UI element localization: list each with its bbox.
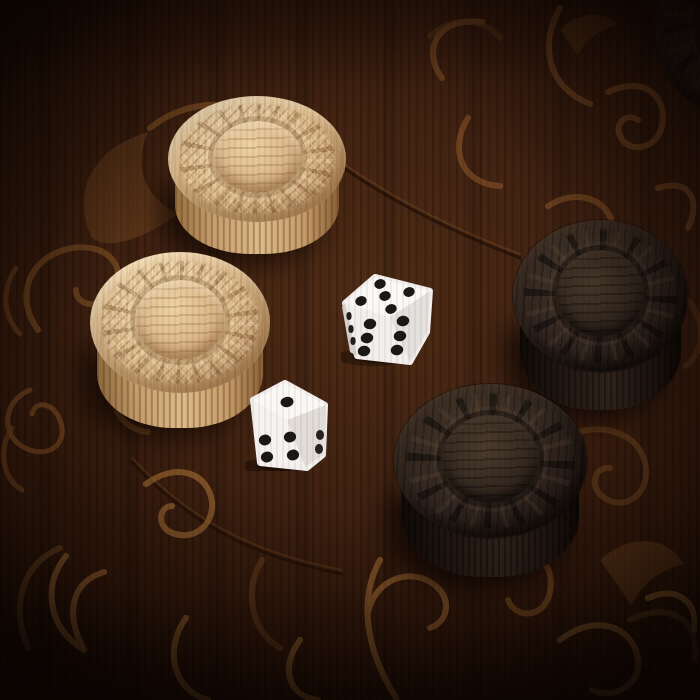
light-checker-1-top-face <box>168 96 346 222</box>
die-1 <box>341 272 433 366</box>
die-2 <box>245 379 331 471</box>
dark-checker-2-top-face <box>394 384 587 538</box>
dark-checker-2 <box>394 384 587 577</box>
light-checker-2-center-dome <box>135 280 225 360</box>
light-checker-2 <box>90 252 270 428</box>
light-checker-2-top-face <box>90 252 270 393</box>
dark-checker-1 <box>513 220 688 410</box>
dark-checker-1-top-face <box>513 220 688 372</box>
light-checker-1-center-dome <box>213 121 302 193</box>
board-photo <box>0 0 700 700</box>
dark-checker-1-center-dome <box>557 250 645 337</box>
light-checker-1 <box>168 96 346 254</box>
dark-checker-2-center-dome <box>442 415 539 503</box>
